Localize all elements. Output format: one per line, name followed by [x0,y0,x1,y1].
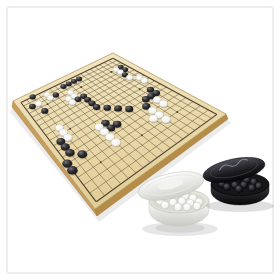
product-image [0,0,280,280]
black-stone [235,185,242,192]
black-stone-bowl [201,153,274,212]
black-stone [29,104,36,109]
black-stone [223,183,230,190]
black-stone [255,182,262,189]
go-set-photo [0,0,280,280]
black-stone [142,96,150,102]
black-stone [60,84,66,89]
white-stone [126,75,132,80]
black-stone [93,104,100,110]
white-stone [111,139,121,147]
hoshi-point [110,71,112,73]
hoshi-point [69,128,71,130]
black-stone [30,94,36,99]
white-stone [35,101,42,106]
black-stone [41,108,48,114]
hoshi-point [139,88,141,90]
white-stone [69,99,76,105]
white-stone [161,201,169,209]
black-stone [53,92,59,97]
hoshi-point [100,161,102,163]
black-stone [65,149,75,157]
black-stone [125,106,133,112]
black-stone [76,76,82,81]
black-stone [114,105,122,111]
black-stone [77,150,87,158]
white-stone [183,203,191,211]
white-stone [47,95,53,100]
hoshi-point [47,103,49,105]
black-stone [248,184,255,191]
black-stone [71,79,77,84]
white-stone [161,116,170,123]
black-stone [67,166,78,175]
white-stone [141,78,148,84]
black-stone [103,105,111,111]
white-stone [193,202,201,210]
black-stone [66,81,72,86]
white-stone [149,115,158,122]
hoshi-point [176,111,178,113]
white-stone [159,100,167,107]
hoshi-point [80,86,82,88]
hoshi-point [141,134,143,136]
white-stone [174,203,182,211]
